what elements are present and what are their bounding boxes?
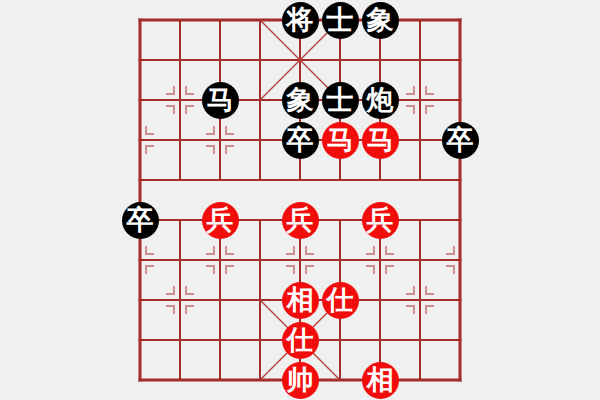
piece-black-pawn[interactable]: 卒 [282, 122, 319, 159]
piece-black-horse[interactable]: 马 [202, 82, 239, 119]
piece-black-general[interactable]: 将 [282, 2, 319, 39]
piece-black-elephant[interactable]: 象 [362, 2, 399, 39]
piece-grid: 将士象马象士炮卒马马卒卒兵兵兵相仕仕帅相 [120, 0, 480, 400]
piece-red-horse[interactable]: 马 [322, 122, 359, 159]
piece-black-cannon[interactable]: 炮 [362, 82, 399, 119]
piece-red-pawn[interactable]: 兵 [282, 202, 319, 239]
piece-red-pawn[interactable]: 兵 [362, 202, 399, 239]
piece-red-general[interactable]: 帅 [282, 362, 319, 399]
piece-black-pawn[interactable]: 卒 [442, 122, 479, 159]
piece-black-pawn[interactable]: 卒 [122, 202, 159, 239]
piece-black-advisor[interactable]: 士 [322, 82, 359, 119]
xiangqi-board-screen: 将士象马象士炮卒马马卒卒兵兵兵相仕仕帅相 [0, 0, 600, 400]
piece-red-advisor[interactable]: 仕 [282, 322, 319, 359]
piece-red-elephant[interactable]: 相 [282, 282, 319, 319]
piece-red-elephant[interactable]: 相 [362, 362, 399, 399]
piece-black-advisor[interactable]: 士 [322, 2, 359, 39]
piece-black-elephant[interactable]: 象 [282, 82, 319, 119]
piece-red-advisor[interactable]: 仕 [322, 282, 359, 319]
piece-red-horse[interactable]: 马 [362, 122, 399, 159]
piece-red-pawn[interactable]: 兵 [202, 202, 239, 239]
